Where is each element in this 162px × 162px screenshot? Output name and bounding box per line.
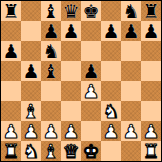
square-d6[interactable] [61, 41, 81, 61]
square-a5[interactable] [1, 61, 21, 81]
square-g4[interactable] [121, 81, 141, 101]
square-c2[interactable]: ♟ [41, 121, 61, 141]
square-a7[interactable] [1, 21, 21, 41]
white-bishop-icon: ♝ [22, 101, 39, 121]
white-knight-icon: ♞ [22, 141, 39, 161]
square-f8[interactable] [101, 1, 121, 21]
square-a1[interactable]: ♜ [1, 141, 21, 161]
square-c4[interactable] [41, 81, 61, 101]
square-c3[interactable] [41, 101, 61, 121]
square-d3[interactable] [61, 101, 81, 121]
square-a6[interactable]: ♟ [1, 41, 21, 61]
square-e5[interactable]: ♟ [81, 61, 101, 81]
square-c6[interactable]: ♞ [41, 41, 61, 61]
chess-board: ♜♝♛♚♞♜♟♟♟♟♟♟♞♟♝♟♟♝♞♟♟♟♟♟♟♟♜♞♝♛♚♜ [1, 1, 161, 161]
square-g3[interactable] [121, 101, 141, 121]
square-g2[interactable]: ♟ [121, 121, 141, 141]
square-f3[interactable]: ♞ [101, 101, 121, 121]
square-g7[interactable]: ♟ [121, 21, 141, 41]
black-pawn-icon: ♟ [2, 41, 19, 61]
black-pawn-icon: ♟ [42, 21, 59, 41]
square-a8[interactable]: ♜ [1, 1, 21, 21]
white-pawn-icon: ♟ [42, 121, 59, 141]
square-g6[interactable] [121, 41, 141, 61]
square-c8[interactable]: ♝ [41, 1, 61, 21]
square-h1[interactable]: ♜ [141, 141, 161, 161]
white-knight-icon: ♞ [102, 101, 119, 121]
black-pawn-icon: ♟ [62, 21, 79, 41]
square-h8[interactable]: ♜ [141, 1, 161, 21]
square-a3[interactable] [1, 101, 21, 121]
square-b4[interactable] [21, 81, 41, 101]
square-f4[interactable] [101, 81, 121, 101]
square-b2[interactable]: ♟ [21, 121, 41, 141]
square-e4[interactable]: ♟ [81, 81, 101, 101]
square-d4[interactable] [61, 81, 81, 101]
square-d5[interactable] [61, 61, 81, 81]
white-pawn-icon: ♟ [122, 121, 139, 141]
square-b8[interactable] [21, 1, 41, 21]
white-bishop-icon: ♝ [42, 141, 59, 161]
square-c5[interactable]: ♝ [41, 61, 61, 81]
square-a2[interactable]: ♟ [1, 121, 21, 141]
square-e2[interactable] [81, 121, 101, 141]
square-e3[interactable] [81, 101, 101, 121]
black-pawn-icon: ♟ [122, 21, 139, 41]
white-pawn-icon: ♟ [82, 81, 99, 101]
square-b3[interactable]: ♝ [21, 101, 41, 121]
black-pawn-icon: ♟ [142, 21, 159, 41]
white-pawn-icon: ♟ [102, 121, 119, 141]
black-queen-icon: ♛ [62, 1, 79, 21]
square-b6[interactable] [21, 41, 41, 61]
black-pawn-icon: ♟ [82, 61, 99, 81]
square-b7[interactable] [21, 21, 41, 41]
square-c1[interactable]: ♝ [41, 141, 61, 161]
black-king-icon: ♚ [82, 1, 99, 21]
square-c7[interactable]: ♟ [41, 21, 61, 41]
square-h2[interactable]: ♟ [141, 121, 161, 141]
square-e6[interactable] [81, 41, 101, 61]
white-pawn-icon: ♟ [22, 121, 39, 141]
square-f2[interactable]: ♟ [101, 121, 121, 141]
square-a4[interactable] [1, 81, 21, 101]
black-bishop-icon: ♝ [42, 61, 59, 81]
black-pawn-icon: ♟ [22, 61, 39, 81]
square-g8[interactable]: ♞ [121, 1, 141, 21]
square-h4[interactable] [141, 81, 161, 101]
square-e8[interactable]: ♚ [81, 1, 101, 21]
white-king-icon: ♚ [82, 141, 99, 161]
black-knight-icon: ♞ [122, 1, 139, 21]
square-h3[interactable] [141, 101, 161, 121]
white-pawn-icon: ♟ [2, 121, 19, 141]
square-f6[interactable] [101, 41, 121, 61]
square-h5[interactable] [141, 61, 161, 81]
square-e1[interactable]: ♚ [81, 141, 101, 161]
white-pawn-icon: ♟ [142, 121, 159, 141]
black-rook-icon: ♜ [142, 1, 159, 21]
square-g1[interactable] [121, 141, 141, 161]
square-h7[interactable]: ♟ [141, 21, 161, 41]
chess-board-frame: ♜♝♛♚♞♜♟♟♟♟♟♟♞♟♝♟♟♝♞♟♟♟♟♟♟♟♜♞♝♛♚♜ [0, 0, 162, 162]
square-e7[interactable] [81, 21, 101, 41]
square-f5[interactable] [101, 61, 121, 81]
white-queen-icon: ♛ [62, 141, 79, 161]
black-knight-icon: ♞ [42, 41, 59, 61]
square-f1[interactable] [101, 141, 121, 161]
square-f7[interactable]: ♟ [101, 21, 121, 41]
square-d2[interactable]: ♟ [61, 121, 81, 141]
black-pawn-icon: ♟ [102, 21, 119, 41]
square-g5[interactable] [121, 61, 141, 81]
square-d1[interactable]: ♛ [61, 141, 81, 161]
white-rook-icon: ♜ [2, 141, 19, 161]
black-bishop-icon: ♝ [42, 1, 59, 21]
square-b1[interactable]: ♞ [21, 141, 41, 161]
square-h6[interactable] [141, 41, 161, 61]
white-pawn-icon: ♟ [62, 121, 79, 141]
white-rook-icon: ♜ [142, 141, 159, 161]
black-rook-icon: ♜ [2, 1, 19, 21]
square-d8[interactable]: ♛ [61, 1, 81, 21]
square-b5[interactable]: ♟ [21, 61, 41, 81]
square-d7[interactable]: ♟ [61, 21, 81, 41]
